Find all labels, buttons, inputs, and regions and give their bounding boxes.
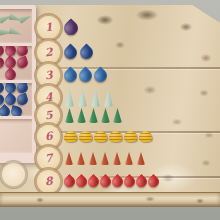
drop-piece[interactable] xyxy=(9,105,22,117)
cone-piece[interactable] xyxy=(76,152,86,165)
cone-piece[interactable] xyxy=(136,152,146,165)
piece-pile xyxy=(0,47,31,79)
disc-number: 1 xyxy=(44,21,53,35)
disc-number: 4 xyxy=(44,91,53,105)
counting-row: 5 xyxy=(37,104,123,127)
counting-row: 1 xyxy=(37,16,78,39)
cone-piece[interactable] xyxy=(64,152,74,165)
number-disc[interactable]: 6 xyxy=(37,125,60,148)
disc-number: 6 xyxy=(44,130,53,144)
piece-group xyxy=(64,131,152,142)
beehive-piece[interactable] xyxy=(124,131,137,142)
counting-row: 6 xyxy=(37,125,152,148)
number-disc[interactable]: 1 xyxy=(37,16,60,39)
piece-group xyxy=(64,21,78,35)
drop-piece[interactable] xyxy=(91,66,109,84)
counting-row: 7 xyxy=(37,147,146,170)
drop-piece[interactable] xyxy=(15,56,29,70)
piece-pile xyxy=(0,10,31,42)
number-disc[interactable]: 7 xyxy=(37,147,60,170)
beehive-piece[interactable] xyxy=(64,131,77,142)
piece-group xyxy=(64,176,159,187)
tray-compartment xyxy=(0,119,32,153)
tray-compartment xyxy=(0,9,32,43)
cone-piece[interactable] xyxy=(112,108,123,123)
piece-group xyxy=(64,69,107,82)
counting-row: 2 xyxy=(37,41,93,64)
counting-row: 3 xyxy=(37,64,107,87)
tray-compartment xyxy=(0,83,32,117)
counting-row: 8 xyxy=(37,170,159,193)
cone-piece[interactable] xyxy=(17,12,32,25)
board-front-edge xyxy=(0,192,220,207)
drop-piece[interactable] xyxy=(15,83,29,95)
cone-piece[interactable] xyxy=(88,108,99,123)
beehive-piece[interactable] xyxy=(139,131,152,142)
beehive-piece[interactable] xyxy=(79,131,92,142)
cone-piece[interactable] xyxy=(124,152,134,165)
disc-number: 7 xyxy=(44,152,53,166)
wooden-board: 12345678 xyxy=(0,5,220,207)
number-disc[interactable]: 5 xyxy=(37,104,60,127)
cone-piece[interactable] xyxy=(88,152,98,165)
beehive-piece[interactable] xyxy=(109,131,122,142)
blank-disc[interactable] xyxy=(2,163,25,186)
cone-piece[interactable] xyxy=(100,108,111,123)
drop-piece[interactable] xyxy=(76,66,94,84)
cone-piece[interactable] xyxy=(7,26,22,39)
piece-group xyxy=(64,108,123,123)
disc-number: 3 xyxy=(44,69,53,83)
disc-number: 2 xyxy=(44,46,53,60)
piece-group xyxy=(64,46,93,59)
sorting-tray xyxy=(0,5,36,163)
piece-group xyxy=(64,152,146,165)
drop-piece[interactable] xyxy=(61,66,79,84)
drop-piece[interactable] xyxy=(61,43,79,61)
cone-piece[interactable] xyxy=(64,108,75,123)
drop-piece[interactable] xyxy=(61,18,81,38)
cone-piece[interactable] xyxy=(100,152,110,165)
number-disc[interactable]: 2 xyxy=(37,41,60,64)
cone-piece[interactable] xyxy=(112,152,122,165)
drop-piece[interactable] xyxy=(2,67,18,80)
disc-number: 8 xyxy=(44,175,53,189)
piece-pile xyxy=(0,84,31,116)
number-disc[interactable]: 8 xyxy=(37,170,60,193)
beehive-piece[interactable] xyxy=(94,131,107,142)
drop-piece[interactable] xyxy=(146,174,162,190)
drop-piece[interactable] xyxy=(15,92,29,106)
cone-piece[interactable] xyxy=(76,108,87,123)
drop-piece[interactable] xyxy=(77,43,95,61)
number-disc[interactable]: 3 xyxy=(37,64,60,87)
table-scene: 12345678 xyxy=(0,0,220,220)
tray-compartment xyxy=(0,46,32,80)
disc-number: 5 xyxy=(44,109,53,123)
